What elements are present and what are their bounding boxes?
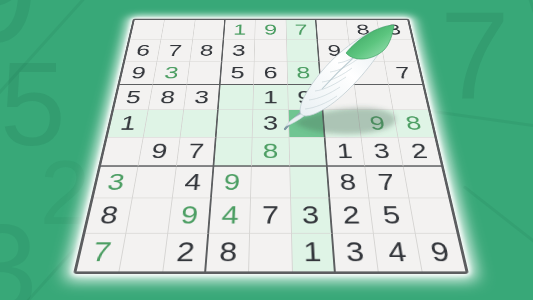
- cell-r7c1[interactable]: 3: [93, 167, 138, 199]
- given-digit: 5: [230, 65, 245, 82]
- app-background: { "game": "Sudoku", "position": { "notat…: [0, 0, 533, 300]
- cell-r7c2[interactable]: [133, 167, 177, 199]
- cell-r3c5[interactable]: 6: [254, 62, 288, 85]
- watermark-digit: 2: [40, 148, 90, 238]
- cell-r1c3[interactable]: [193, 20, 226, 40]
- cell-r4c4[interactable]: [219, 85, 255, 110]
- player-digit: 4: [221, 203, 239, 228]
- given-digit: 7: [262, 203, 279, 228]
- cell-r4c1[interactable]: 5: [114, 85, 153, 110]
- cell-r3c7[interactable]: [320, 62, 355, 85]
- player-digit: 8: [404, 114, 423, 133]
- cell-r8c3[interactable]: 9: [168, 199, 212, 234]
- given-digit: 7: [187, 141, 205, 162]
- cell-r8c6[interactable]: 3: [291, 199, 333, 234]
- cell-r9c9[interactable]: 9: [415, 233, 465, 271]
- cell-r1c9[interactable]: 3: [377, 20, 412, 40]
- cell-r3c3[interactable]: [187, 62, 222, 85]
- cell-r8c9[interactable]: [409, 199, 456, 234]
- given-digit: 7: [167, 43, 183, 58]
- player-digit: 8: [296, 65, 311, 82]
- cell-r2c4[interactable]: 3: [222, 40, 255, 62]
- cell-r8c2[interactable]: [127, 199, 173, 234]
- cell-r1c2[interactable]: [161, 20, 195, 40]
- cell-r5c1[interactable]: 1: [108, 110, 149, 137]
- cell-r8c8[interactable]: 5: [370, 199, 416, 234]
- cell-r2c2[interactable]: 7: [157, 40, 192, 62]
- given-digit: 1: [119, 114, 138, 133]
- cell-r2c7[interactable]: 9: [318, 40, 352, 62]
- given-digit: 9: [327, 43, 342, 58]
- cell-r6c2[interactable]: 9: [139, 137, 181, 166]
- cell-r5c7[interactable]: [323, 110, 361, 137]
- sudoku-board: 1978367839935687583191398978132349878947…: [73, 19, 469, 274]
- cell-r7c8[interactable]: 7: [366, 167, 410, 199]
- cell-r7c6[interactable]: [290, 167, 330, 199]
- given-digit: 1: [303, 239, 322, 266]
- given-digit: 2: [341, 203, 361, 228]
- given-digit: 8: [159, 88, 176, 106]
- given-digit: 9: [297, 88, 312, 106]
- given-digit: 8: [218, 239, 237, 266]
- given-digit: 8: [199, 43, 214, 58]
- cell-r1c8[interactable]: 8: [347, 20, 381, 40]
- given-digit: 6: [264, 65, 278, 82]
- watermark-digit: 3: [0, 205, 38, 300]
- cell-r6c4[interactable]: [214, 137, 253, 166]
- cell-r8c4[interactable]: 4: [209, 199, 251, 234]
- given-digit: 3: [263, 114, 278, 133]
- player-digit: 9: [179, 203, 199, 228]
- cell-r4c9[interactable]: [389, 85, 428, 110]
- cell-r3c9[interactable]: 7: [385, 62, 423, 85]
- given-digit: 9: [150, 141, 169, 162]
- cell-r7c9[interactable]: [403, 167, 448, 199]
- given-digit: 8: [98, 203, 120, 228]
- cell-r3c2[interactable]: 3: [153, 62, 190, 85]
- given-digit: 1: [336, 141, 354, 162]
- given-digit: 3: [386, 22, 402, 36]
- cell-r6c1[interactable]: [101, 137, 144, 166]
- cell-r5c2[interactable]: [144, 110, 184, 137]
- cell-r1c7[interactable]: [316, 20, 349, 40]
- player-digit: 3: [105, 171, 126, 194]
- cell-r9c4[interactable]: 8: [206, 233, 250, 271]
- cell-r4c7[interactable]: [321, 85, 358, 110]
- cell-r2c8[interactable]: [349, 40, 384, 62]
- given-digit: 9: [428, 239, 451, 266]
- given-digit: 9: [130, 65, 147, 82]
- given-digit: 3: [345, 239, 366, 266]
- given-digit: 7: [377, 171, 397, 194]
- cell-r1c5[interactable]: 9: [255, 20, 286, 40]
- cell-r1c6[interactable]: 7: [286, 20, 318, 40]
- given-digit: 2: [175, 239, 196, 266]
- cell-r6c5[interactable]: 8: [252, 137, 290, 166]
- cell-r3c1[interactable]: 9: [120, 62, 158, 85]
- given-digit: 7: [394, 65, 411, 82]
- cell-r3c4[interactable]: 5: [221, 62, 255, 85]
- given-digit: 5: [381, 203, 402, 228]
- given-digit: 5: [124, 88, 142, 106]
- cell-r8c7[interactable]: 2: [330, 199, 374, 234]
- given-digit: 6: [135, 43, 152, 58]
- cell-r6c6[interactable]: [289, 137, 328, 166]
- cell-r7c5[interactable]: [251, 167, 290, 199]
- cell-r9c2[interactable]: [120, 233, 168, 271]
- cell-r9c3[interactable]: 2: [163, 233, 209, 271]
- given-digit: 3: [193, 88, 209, 106]
- cell-r6c7[interactable]: 1: [325, 137, 365, 166]
- cell-r7c7[interactable]: 8: [328, 167, 370, 199]
- cell-r2c1[interactable]: 6: [125, 40, 161, 62]
- cell-r4c5[interactable]: 1: [254, 85, 289, 110]
- cell-r5c6[interactable]: [288, 110, 325, 137]
- cell-r6c8[interactable]: 3: [362, 137, 404, 166]
- cell-r3c8[interactable]: [352, 62, 389, 85]
- given-digit: 1: [263, 88, 278, 106]
- watermark-grid-line: [463, 185, 533, 267]
- cell-r7c3[interactable]: 4: [172, 167, 214, 199]
- cell-r8c5[interactable]: 7: [250, 199, 291, 234]
- given-digit: 4: [183, 171, 202, 194]
- cell-r1c4[interactable]: 1: [224, 20, 256, 40]
- cell-r7c4[interactable]: 9: [212, 167, 252, 199]
- cell-r4c3[interactable]: 3: [184, 85, 221, 110]
- given-digit: 8: [339, 171, 358, 194]
- cell-r4c2[interactable]: 8: [149, 85, 187, 110]
- cell-r4c8[interactable]: [355, 85, 393, 110]
- given-digit: 4: [386, 239, 408, 266]
- cell-r9c8[interactable]: 4: [374, 233, 422, 271]
- cell-r5c5[interactable]: 3: [253, 110, 289, 137]
- given-digit: 3: [232, 43, 246, 58]
- cell-r9c1[interactable]: 7: [77, 233, 127, 271]
- given-digit: 2: [409, 141, 429, 162]
- cell-r5c8[interactable]: 9: [358, 110, 398, 137]
- cell-r1c1[interactable]: [130, 20, 165, 40]
- player-digit: 3: [163, 65, 180, 82]
- cell-r9c6[interactable]: 1: [292, 233, 336, 271]
- given-digit: 8: [355, 22, 370, 36]
- player-digit: 8: [263, 141, 279, 162]
- cell-r9c7[interactable]: 3: [333, 233, 379, 271]
- cell-r5c9[interactable]: 8: [393, 110, 434, 137]
- player-digit: 9: [368, 114, 386, 133]
- cell-r6c3[interactable]: 7: [176, 137, 216, 166]
- cell-r6c9[interactable]: 2: [398, 137, 441, 166]
- watermark-grid-line: [519, 0, 533, 133]
- cell-r3c6[interactable]: 8: [287, 62, 321, 85]
- watermark-digit: 7: [440, 0, 510, 117]
- cell-r9c5[interactable]: [249, 233, 292, 271]
- player-digit: 7: [90, 239, 113, 266]
- cell-r2c5[interactable]: [255, 40, 287, 62]
- cell-r4c6[interactable]: 9: [288, 85, 324, 110]
- given-digit: 3: [301, 203, 319, 228]
- player-digit: 9: [264, 22, 277, 36]
- cell-r8c1[interactable]: 8: [85, 199, 132, 234]
- player-digit: 1: [233, 22, 247, 36]
- cell-r2c9[interactable]: [381, 40, 417, 62]
- given-digit: 3: [372, 141, 391, 162]
- cell-r5c3[interactable]: [180, 110, 218, 137]
- cell-r5c4[interactable]: [217, 110, 254, 137]
- player-digit: 7: [294, 22, 308, 36]
- cell-r2c6[interactable]: [287, 40, 320, 62]
- cell-r2c3[interactable]: 8: [190, 40, 224, 62]
- player-digit: 9: [223, 171, 241, 194]
